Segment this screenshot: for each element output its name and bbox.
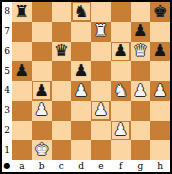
square-a1[interactable] (12, 140, 32, 160)
square-b5[interactable] (32, 61, 52, 81)
rank-label-1: 1 (2, 140, 12, 160)
square-c6[interactable]: ♛ (52, 42, 72, 62)
square-e4[interactable] (91, 81, 111, 101)
white-pawn: ♟ (152, 82, 169, 99)
square-f6[interactable]: ♟ (111, 42, 131, 62)
white-queen: ♛ (132, 43, 149, 60)
square-h5[interactable] (150, 61, 170, 81)
rank-label-5: 5 (2, 61, 12, 81)
square-d2[interactable] (71, 121, 91, 141)
square-d8[interactable]: ♞ (71, 2, 91, 22)
square-c7[interactable] (52, 22, 72, 42)
black-queen: ♛ (53, 43, 70, 60)
file-label-f: f (111, 160, 131, 172)
chessboard-widget: 87654321 ♜♞♚♜♟♛♟♛♟♟♟♟♟♞♟♟♟♟♟♚ ● abcdefgh (0, 0, 172, 174)
turn-indicator: ● (2, 160, 12, 172)
rank-label-3: 3 (2, 101, 12, 121)
square-d7[interactable] (71, 22, 91, 42)
rank-label-7: 7 (2, 22, 12, 42)
square-e7[interactable]: ♜ (91, 22, 111, 42)
square-b6[interactable] (32, 42, 52, 62)
square-d5[interactable]: ♟ (71, 61, 91, 81)
black-rook: ♜ (13, 3, 30, 20)
white-pawn: ♟ (92, 102, 109, 119)
square-b7[interactable] (32, 22, 52, 42)
square-h7[interactable] (150, 22, 170, 42)
black-pawn: ♟ (132, 23, 149, 40)
square-f8[interactable] (111, 2, 131, 22)
square-b3[interactable]: ♟ (32, 101, 52, 121)
square-d6[interactable] (71, 42, 91, 62)
square-e5[interactable] (91, 61, 111, 81)
square-b2[interactable] (32, 121, 52, 141)
white-pawn: ♟ (73, 82, 90, 99)
file-label-h: h (150, 160, 170, 172)
black-knight: ♞ (73, 3, 90, 20)
square-b4[interactable]: ♟ (32, 81, 52, 101)
black-pawn: ♟ (112, 43, 129, 60)
square-a6[interactable] (12, 42, 32, 62)
black-pawn: ♟ (33, 82, 50, 99)
square-a4[interactable] (12, 81, 32, 101)
black-pawn: ♟ (73, 63, 90, 80)
square-g1[interactable] (131, 140, 151, 160)
square-c3[interactable] (52, 101, 72, 121)
square-b8[interactable] (32, 2, 52, 22)
square-g3[interactable] (131, 101, 151, 121)
square-c2[interactable] (52, 121, 72, 141)
square-h6[interactable]: ♟ (150, 42, 170, 62)
black-pawn: ♟ (152, 43, 169, 60)
file-label-a: a (12, 160, 32, 172)
white-pawn: ♟ (112, 122, 129, 139)
square-g5[interactable] (131, 61, 151, 81)
square-c1[interactable] (52, 140, 72, 160)
square-e8[interactable] (91, 2, 111, 22)
file-label-g: g (131, 160, 151, 172)
white-pawn: ♟ (33, 102, 50, 119)
square-h8[interactable]: ♚ (150, 2, 170, 22)
square-d1[interactable] (71, 140, 91, 160)
file-label-c: c (52, 160, 72, 172)
chess-board[interactable]: ♜♞♚♜♟♛♟♛♟♟♟♟♟♞♟♟♟♟♟♚ (12, 2, 170, 160)
square-g7[interactable]: ♟ (131, 22, 151, 42)
square-g6[interactable]: ♛ (131, 42, 151, 62)
square-f4[interactable]: ♞ (111, 81, 131, 101)
square-h1[interactable] (150, 140, 170, 160)
square-h4[interactable]: ♟ (150, 81, 170, 101)
file-label-d: d (71, 160, 91, 172)
square-c5[interactable] (52, 61, 72, 81)
square-g8[interactable] (131, 2, 151, 22)
square-a2[interactable] (12, 121, 32, 141)
white-pawn: ♟ (132, 82, 149, 99)
black-king: ♚ (152, 3, 169, 20)
rank-label-6: 6 (2, 42, 12, 62)
black-pawn: ♟ (13, 63, 30, 80)
file-label-b: b (32, 160, 52, 172)
square-h2[interactable] (150, 121, 170, 141)
square-e6[interactable] (91, 42, 111, 62)
file-label-e: e (91, 160, 111, 172)
square-g2[interactable] (131, 121, 151, 141)
square-a3[interactable] (12, 101, 32, 121)
square-a5[interactable]: ♟ (12, 61, 32, 81)
square-a8[interactable]: ♜ (12, 2, 32, 22)
rank-label-8: 8 (2, 2, 12, 22)
square-h3[interactable] (150, 101, 170, 121)
square-c8[interactable] (52, 2, 72, 22)
square-d3[interactable] (71, 101, 91, 121)
square-f2[interactable]: ♟ (111, 121, 131, 141)
rank-label-2: 2 (2, 121, 12, 141)
square-f1[interactable] (111, 140, 131, 160)
file-labels: abcdefgh (12, 160, 170, 172)
white-knight: ♞ (112, 82, 129, 99)
square-e2[interactable] (91, 121, 111, 141)
square-g4[interactable]: ♟ (131, 81, 151, 101)
white-king: ♚ (33, 142, 50, 159)
square-e1[interactable] (91, 140, 111, 160)
square-a7[interactable] (12, 22, 32, 42)
white-rook: ♜ (92, 23, 109, 40)
rank-label-4: 4 (2, 81, 12, 101)
square-e3[interactable]: ♟ (91, 101, 111, 121)
square-c4[interactable] (52, 81, 72, 101)
square-f3[interactable] (111, 101, 131, 121)
rank-labels: 87654321 (2, 2, 12, 160)
square-f7[interactable] (111, 22, 131, 42)
square-f5[interactable] (111, 61, 131, 81)
square-b1[interactable]: ♚ (32, 140, 52, 160)
square-d4[interactable]: ♟ (71, 81, 91, 101)
